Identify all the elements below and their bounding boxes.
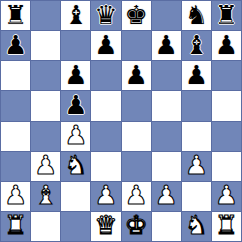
square-c5[interactable]: ♟	[61, 91, 90, 120]
square-e2[interactable]: ♟	[122, 182, 151, 211]
square-g4[interactable]	[182, 122, 211, 151]
piece-black-pawn[interactable]: ♟	[215, 32, 238, 58]
piece-black-bishop[interactable]: ♝	[64, 2, 87, 28]
piece-black-rook[interactable]: ♜	[215, 2, 238, 28]
chess-board: ♜♝♛♚♞♜♟♟♟♝♟♟♟♟♟♟♟♞♟♟♝♟♟♟♟♜♛♚♞♜	[0, 0, 242, 242]
square-f7[interactable]: ♟	[152, 31, 181, 60]
piece-black-bishop[interactable]: ♝	[185, 32, 208, 58]
square-e8[interactable]: ♚	[122, 1, 151, 30]
square-f5[interactable]	[152, 91, 181, 120]
square-e1[interactable]: ♚	[122, 212, 151, 241]
square-b5[interactable]	[31, 91, 60, 120]
square-d5[interactable]	[91, 91, 120, 120]
square-g7[interactable]: ♝	[182, 31, 211, 60]
square-c4[interactable]: ♟	[61, 122, 90, 151]
piece-black-rook[interactable]: ♜	[4, 2, 27, 28]
piece-white-pawn[interactable]: ♟	[64, 122, 87, 148]
square-e3[interactable]	[122, 152, 151, 181]
piece-white-pawn[interactable]: ♟	[215, 182, 238, 208]
piece-white-bishop[interactable]: ♝	[34, 182, 57, 208]
piece-black-pawn[interactable]: ♟	[124, 62, 147, 88]
square-f2[interactable]: ♟	[152, 182, 181, 211]
square-h1[interactable]: ♜	[212, 212, 241, 241]
piece-white-rook[interactable]: ♜	[4, 212, 27, 238]
square-b3[interactable]: ♟	[31, 152, 60, 181]
square-e5[interactable]	[122, 91, 151, 120]
square-a5[interactable]	[1, 91, 30, 120]
square-e7[interactable]	[122, 31, 151, 60]
square-d3[interactable]	[91, 152, 120, 181]
square-a2[interactable]: ♟	[1, 182, 30, 211]
square-g2[interactable]	[182, 182, 211, 211]
square-a4[interactable]	[1, 122, 30, 151]
square-f1[interactable]	[152, 212, 181, 241]
square-f8[interactable]	[152, 1, 181, 30]
piece-white-king[interactable]: ♚	[124, 212, 147, 238]
piece-black-pawn[interactable]: ♟	[4, 32, 27, 58]
square-a6[interactable]	[1, 61, 30, 90]
square-b4[interactable]	[31, 122, 60, 151]
piece-white-pawn[interactable]: ♟	[94, 182, 117, 208]
piece-white-pawn[interactable]: ♟	[124, 182, 147, 208]
square-c1[interactable]	[61, 212, 90, 241]
square-d4[interactable]	[91, 122, 120, 151]
square-b7[interactable]	[31, 31, 60, 60]
square-c7[interactable]	[61, 31, 90, 60]
piece-black-pawn[interactable]: ♟	[64, 62, 87, 88]
square-a7[interactable]: ♟	[1, 31, 30, 60]
square-a1[interactable]: ♜	[1, 212, 30, 241]
square-b6[interactable]	[31, 61, 60, 90]
square-f3[interactable]	[152, 152, 181, 181]
square-g5[interactable]	[182, 91, 211, 120]
piece-white-pawn[interactable]: ♟	[34, 152, 57, 178]
piece-white-pawn[interactable]: ♟	[155, 182, 178, 208]
square-h3[interactable]	[212, 152, 241, 181]
piece-white-pawn[interactable]: ♟	[4, 182, 27, 208]
piece-black-pawn[interactable]: ♟	[94, 32, 117, 58]
square-d6[interactable]	[91, 61, 120, 90]
square-g1[interactable]: ♞	[182, 212, 211, 241]
square-h7[interactable]: ♟	[212, 31, 241, 60]
piece-white-rook[interactable]: ♜	[215, 212, 238, 238]
square-b2[interactable]: ♝	[31, 182, 60, 211]
square-a3[interactable]	[1, 152, 30, 181]
square-h5[interactable]	[212, 91, 241, 120]
piece-black-knight[interactable]: ♞	[185, 2, 208, 28]
square-h8[interactable]: ♜	[212, 1, 241, 30]
piece-black-pawn[interactable]: ♟	[185, 62, 208, 88]
square-e4[interactable]	[122, 122, 151, 151]
square-b8[interactable]	[31, 1, 60, 30]
square-b1[interactable]	[31, 212, 60, 241]
piece-white-queen[interactable]: ♛	[94, 212, 117, 238]
square-h2[interactable]: ♟	[212, 182, 241, 211]
square-g6[interactable]: ♟	[182, 61, 211, 90]
piece-black-king[interactable]: ♚	[124, 2, 147, 28]
square-c6[interactable]: ♟	[61, 61, 90, 90]
square-f6[interactable]	[152, 61, 181, 90]
piece-white-pawn[interactable]: ♟	[185, 152, 208, 178]
piece-white-knight[interactable]: ♞	[64, 152, 87, 178]
square-c2[interactable]	[61, 182, 90, 211]
square-h6[interactable]	[212, 61, 241, 90]
square-d1[interactable]: ♛	[91, 212, 120, 241]
piece-black-pawn[interactable]: ♟	[155, 32, 178, 58]
square-d2[interactable]: ♟	[91, 182, 120, 211]
piece-black-queen[interactable]: ♛	[94, 2, 117, 28]
square-d8[interactable]: ♛	[91, 1, 120, 30]
square-c8[interactable]: ♝	[61, 1, 90, 30]
square-d7[interactable]: ♟	[91, 31, 120, 60]
square-e6[interactable]: ♟	[122, 61, 151, 90]
square-a8[interactable]: ♜	[1, 1, 30, 30]
square-f4[interactable]	[152, 122, 181, 151]
piece-white-knight[interactable]: ♞	[185, 212, 208, 238]
piece-black-pawn[interactable]: ♟	[64, 92, 87, 118]
square-h4[interactable]	[212, 122, 241, 151]
square-g8[interactable]: ♞	[182, 1, 211, 30]
square-g3[interactable]: ♟	[182, 152, 211, 181]
chess-board-container: ♜♝♛♚♞♜♟♟♟♝♟♟♟♟♟♟♟♞♟♟♝♟♟♟♟♜♛♚♞♜	[0, 0, 242, 242]
square-c3[interactable]: ♞	[61, 152, 90, 181]
